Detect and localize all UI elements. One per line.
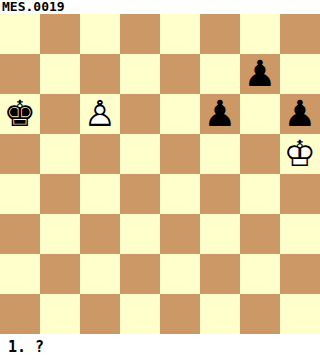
square-d5[interactable] <box>120 134 160 174</box>
square-e7[interactable] <box>160 54 200 94</box>
square-h6[interactable]: ♟ <box>280 94 320 134</box>
square-f8[interactable] <box>200 14 240 54</box>
square-d3[interactable] <box>120 214 160 254</box>
square-b5[interactable] <box>40 134 80 174</box>
white-pawn-piece: ♙ <box>80 94 120 134</box>
square-d2[interactable] <box>120 254 160 294</box>
square-f5[interactable] <box>200 134 240 174</box>
black-pawn-piece: ♟ <box>280 94 320 134</box>
square-c6[interactable]: ♟♙ <box>80 94 120 134</box>
square-e6[interactable] <box>160 94 200 134</box>
square-c5[interactable] <box>80 134 120 174</box>
square-f2[interactable] <box>200 254 240 294</box>
square-g1[interactable] <box>240 294 280 334</box>
square-f4[interactable] <box>200 174 240 214</box>
square-d6[interactable] <box>120 94 160 134</box>
puzzle-id-label: MES.0019 <box>2 0 65 14</box>
square-g5[interactable] <box>240 134 280 174</box>
square-e3[interactable] <box>160 214 200 254</box>
square-c7[interactable] <box>80 54 120 94</box>
white-king-fill: ♚ <box>280 134 320 174</box>
move-prompt-label: 1. ? <box>8 337 44 357</box>
square-e2[interactable] <box>160 254 200 294</box>
square-a3[interactable] <box>0 214 40 254</box>
square-b7[interactable] <box>40 54 80 94</box>
square-g2[interactable] <box>240 254 280 294</box>
white-pawn-fill: ♟ <box>80 94 120 134</box>
square-a4[interactable] <box>0 174 40 214</box>
square-h4[interactable] <box>280 174 320 214</box>
square-a1[interactable] <box>0 294 40 334</box>
square-b8[interactable] <box>40 14 80 54</box>
square-g7[interactable]: ♟ <box>240 54 280 94</box>
black-king-piece: ♚ <box>0 94 40 134</box>
square-c2[interactable] <box>80 254 120 294</box>
square-c4[interactable] <box>80 174 120 214</box>
square-c8[interactable] <box>80 14 120 54</box>
square-h3[interactable] <box>280 214 320 254</box>
square-g4[interactable] <box>240 174 280 214</box>
square-f7[interactable] <box>200 54 240 94</box>
square-f1[interactable] <box>200 294 240 334</box>
square-g3[interactable] <box>240 214 280 254</box>
square-c1[interactable] <box>80 294 120 334</box>
square-a8[interactable] <box>0 14 40 54</box>
white-king-piece: ♔ <box>280 134 320 174</box>
black-pawn-piece: ♟ <box>240 54 280 94</box>
chess-board: ♟♚♟♙♟♟♚♔ <box>0 14 320 334</box>
square-b1[interactable] <box>40 294 80 334</box>
square-d8[interactable] <box>120 14 160 54</box>
square-b4[interactable] <box>40 174 80 214</box>
square-g8[interactable] <box>240 14 280 54</box>
square-e8[interactable] <box>160 14 200 54</box>
square-a6[interactable]: ♚ <box>0 94 40 134</box>
square-e5[interactable] <box>160 134 200 174</box>
square-h2[interactable] <box>280 254 320 294</box>
square-h7[interactable] <box>280 54 320 94</box>
square-g6[interactable] <box>240 94 280 134</box>
square-a7[interactable] <box>0 54 40 94</box>
square-e4[interactable] <box>160 174 200 214</box>
square-f6[interactable]: ♟ <box>200 94 240 134</box>
square-h1[interactable] <box>280 294 320 334</box>
square-d1[interactable] <box>120 294 160 334</box>
black-pawn-piece: ♟ <box>200 94 240 134</box>
square-a5[interactable] <box>0 134 40 174</box>
square-a2[interactable] <box>0 254 40 294</box>
square-f3[interactable] <box>200 214 240 254</box>
square-b3[interactable] <box>40 214 80 254</box>
square-h8[interactable] <box>280 14 320 54</box>
square-d7[interactable] <box>120 54 160 94</box>
square-b2[interactable] <box>40 254 80 294</box>
chess-puzzle-window: MES.0019 ♟♚♟♙♟♟♚♔ 1. ? <box>0 0 320 360</box>
square-c3[interactable] <box>80 214 120 254</box>
square-h5[interactable]: ♚♔ <box>280 134 320 174</box>
square-e1[interactable] <box>160 294 200 334</box>
square-d4[interactable] <box>120 174 160 214</box>
square-b6[interactable] <box>40 94 80 134</box>
